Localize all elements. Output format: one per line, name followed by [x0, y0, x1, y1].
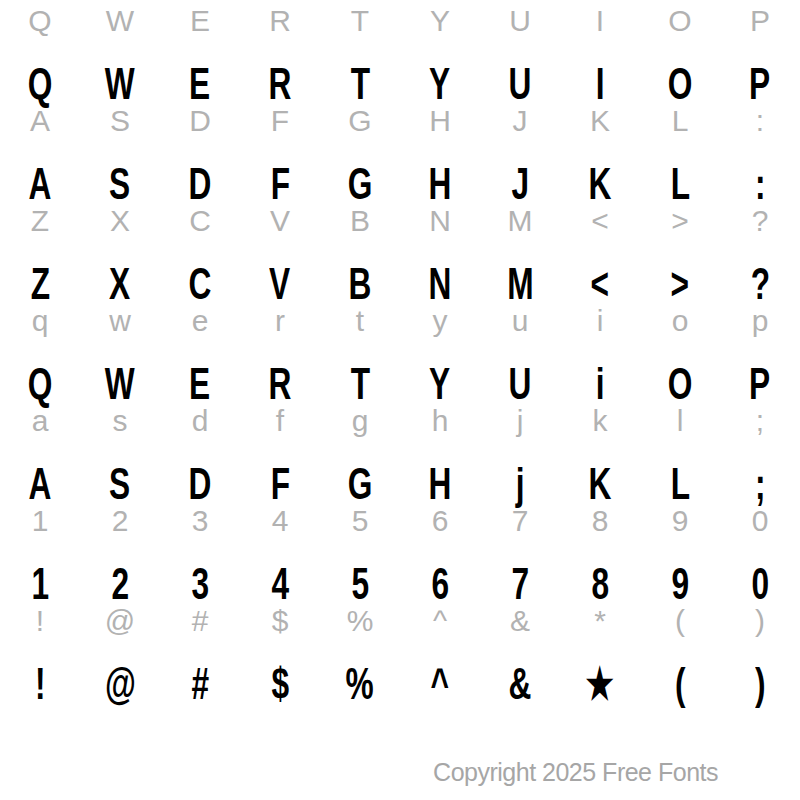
- glyph-char: :: [755, 162, 766, 206]
- glyph-char: ): [755, 662, 766, 706]
- glyph-char: 3: [191, 562, 209, 606]
- reference-char: h: [432, 406, 449, 436]
- glyph-char: F: [270, 162, 289, 206]
- glyph-char: r: [269, 362, 292, 406]
- reference-char: D: [189, 106, 211, 136]
- reference-char: w: [109, 306, 131, 336]
- reference-char: Z: [31, 206, 49, 236]
- reference-char: I: [596, 6, 604, 36]
- reference-char: i: [597, 306, 604, 336]
- reference-char: u: [512, 306, 529, 336]
- glyph-char: l: [670, 462, 689, 506]
- reference-char: >: [671, 206, 689, 236]
- reference-char: a: [32, 406, 49, 436]
- glyph-char: Z: [30, 262, 49, 306]
- glyph-char: 8: [591, 562, 609, 606]
- reference-char: 3: [192, 506, 209, 536]
- reference-char: &: [510, 606, 530, 636]
- reference-char: B: [350, 206, 370, 236]
- glyph-char: s: [109, 462, 130, 506]
- reference-char: G: [348, 106, 371, 136]
- glyph-char: J: [511, 162, 529, 206]
- glyph-char: O: [668, 62, 693, 106]
- reference-char: o: [672, 306, 689, 336]
- reference-char: *: [594, 606, 606, 636]
- glyph-char: W: [105, 62, 135, 106]
- reference-char: $: [272, 606, 289, 636]
- glyph-char: f: [270, 462, 289, 506]
- glyph-char: Q: [28, 62, 53, 106]
- reference-char: P: [750, 6, 770, 36]
- reference-char: ?: [752, 206, 769, 236]
- reference-char: V: [270, 206, 290, 236]
- reference-char: E: [190, 6, 210, 36]
- font-character-map: QWERTYUIOPQWERTYUIOPASDFGHJKL:ASDFGHJKL:…: [0, 0, 800, 800]
- reference-char: X: [110, 206, 130, 236]
- glyph-row-6: 1234567890: [0, 562, 800, 606]
- reference-char: (: [675, 606, 685, 636]
- glyph-char: E: [189, 62, 210, 106]
- glyph-char: ^: [431, 662, 450, 706]
- reference-char: H: [429, 106, 451, 136]
- reference-char: K: [590, 106, 610, 136]
- glyph-char: @: [105, 662, 136, 706]
- glyph-char: d: [189, 462, 212, 506]
- reference-char: f: [276, 406, 284, 436]
- glyph-char: U: [509, 62, 532, 106]
- glyph-char: N: [429, 262, 452, 306]
- glyph-char: w: [105, 362, 135, 406]
- glyph-row-1: QWERTYUIOP: [0, 62, 800, 106]
- reference-char: ^: [433, 606, 447, 636]
- glyph-char: !: [35, 662, 46, 706]
- reference-char: N: [429, 206, 451, 236]
- glyph-char: T: [350, 62, 369, 106]
- reference-char: d: [192, 406, 209, 436]
- glyph-char: q: [28, 362, 53, 406]
- reference-row-3: ZXCVBNM<>?: [0, 206, 800, 236]
- glyph-char: ;: [755, 462, 766, 506]
- glyph-char: e: [189, 362, 210, 406]
- reference-char: !: [36, 606, 44, 636]
- glyph-char: Y: [429, 62, 450, 106]
- glyph-row-3: ZXCVBNM<>?: [0, 262, 800, 306]
- glyph-char: H: [429, 162, 452, 206]
- glyph-char: i: [596, 362, 605, 406]
- glyph-char: j: [516, 462, 525, 506]
- glyph-char: 1: [31, 562, 49, 606]
- reference-char: W: [106, 6, 134, 36]
- glyph-char: A: [29, 162, 52, 206]
- reference-char: A: [30, 106, 50, 136]
- reference-char: 0: [752, 506, 769, 536]
- glyph-char: 4: [271, 562, 289, 606]
- reference-char: 9: [672, 506, 689, 536]
- reference-char: ): [755, 606, 765, 636]
- reference-char: T: [351, 6, 369, 36]
- glyph-char: u: [509, 362, 532, 406]
- glyph-char: &: [509, 662, 532, 706]
- reference-row-6: 1234567890: [0, 506, 800, 536]
- glyph-char: S: [109, 162, 130, 206]
- reference-char: ;: [756, 406, 764, 436]
- reference-char: J: [513, 106, 528, 136]
- glyph-char: 5: [351, 562, 369, 606]
- reference-char: @: [105, 606, 135, 636]
- glyph-char: M: [507, 262, 533, 306]
- reference-row-5: asdfghjkl;: [0, 406, 800, 436]
- reference-row-4: qwertyuiop: [0, 306, 800, 336]
- glyph-row-5: asdfghjkl;: [0, 462, 800, 506]
- reference-char: Q: [28, 6, 51, 36]
- reference-char: 8: [592, 506, 609, 536]
- reference-char: Y: [430, 6, 450, 36]
- glyph-char: (: [675, 662, 686, 706]
- glyph-char: R: [269, 62, 292, 106]
- glyph-char: #: [191, 662, 209, 706]
- reference-char: q: [32, 306, 49, 336]
- reference-char: #: [192, 606, 209, 636]
- glyph-char: a: [29, 462, 52, 506]
- glyph-char: >: [671, 262, 690, 306]
- glyph-char: o: [668, 362, 693, 406]
- glyph-char: k: [589, 462, 612, 506]
- reference-char: k: [593, 406, 608, 436]
- glyph-char: ★: [586, 662, 614, 706]
- reference-char: %: [347, 606, 374, 636]
- glyph-row-4: qwertyuiop: [0, 362, 800, 406]
- reference-char: S: [110, 106, 130, 136]
- reference-char: C: [189, 206, 211, 236]
- reference-char: 1: [32, 506, 49, 536]
- reference-char: 4: [272, 506, 289, 536]
- reference-char: p: [752, 306, 769, 336]
- reference-char: y: [433, 306, 448, 336]
- glyph-char: B: [349, 262, 372, 306]
- glyph-char: y: [429, 362, 450, 406]
- glyph-char: 6: [431, 562, 449, 606]
- reference-char: L: [672, 106, 689, 136]
- reference-row-2: ASDFGHJKL:: [0, 106, 800, 136]
- glyph-char: I: [596, 62, 605, 106]
- glyph-char: L: [670, 162, 689, 206]
- reference-char: O: [668, 6, 691, 36]
- glyph-char: h: [429, 462, 452, 506]
- footer-copyright: Copyright 2025 Free Fonts: [433, 760, 718, 785]
- reference-char: 6: [432, 506, 449, 536]
- glyph-char: C: [189, 262, 212, 306]
- glyph-char: g: [348, 462, 373, 506]
- glyph-char: 9: [671, 562, 689, 606]
- reference-char: 5: [352, 506, 369, 536]
- reference-char: r: [275, 306, 285, 336]
- glyph-char: V: [269, 262, 290, 306]
- reference-char: :: [756, 106, 764, 136]
- glyph-char: $: [271, 662, 289, 706]
- glyph-char: X: [109, 262, 130, 306]
- reference-char: j: [517, 406, 524, 436]
- reference-char: 7: [512, 506, 529, 536]
- reference-char: g: [352, 406, 369, 436]
- glyph-char: 7: [511, 562, 529, 606]
- glyph-char: G: [348, 162, 373, 206]
- glyph-row-2: ASDFGHJKL:: [0, 162, 800, 206]
- glyph-row-7: !@#$%^&★(): [0, 662, 800, 706]
- glyph-char: D: [189, 162, 212, 206]
- reference-char: <: [591, 206, 609, 236]
- reference-char: e: [192, 306, 209, 336]
- reference-char: s: [113, 406, 128, 436]
- glyph-char: t: [350, 362, 369, 406]
- glyph-char: 0: [751, 562, 769, 606]
- reference-char: l: [677, 406, 684, 436]
- reference-char: t: [356, 306, 364, 336]
- glyph-char: p: [749, 362, 770, 406]
- glyph-char: 2: [111, 562, 129, 606]
- reference-char: F: [271, 106, 289, 136]
- reference-char: 2: [112, 506, 129, 536]
- reference-char: R: [269, 6, 291, 36]
- reference-row-7: !@#$%^&*(): [0, 606, 800, 636]
- glyph-char: %: [346, 662, 374, 706]
- reference-char: M: [508, 206, 533, 236]
- reference-char: U: [509, 6, 531, 36]
- glyph-char: <: [591, 262, 610, 306]
- glyph-char: K: [589, 162, 612, 206]
- glyph-char: P: [749, 62, 770, 106]
- glyph-char: ?: [750, 262, 769, 306]
- reference-row-1: QWERTYUIOP: [0, 6, 800, 36]
